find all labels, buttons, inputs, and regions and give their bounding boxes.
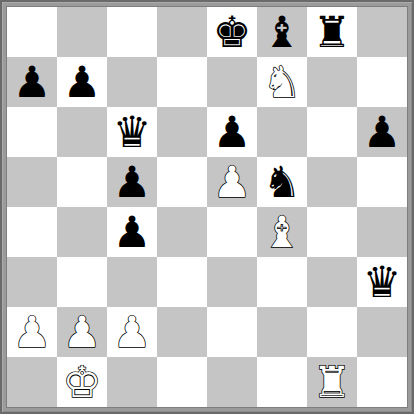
- square-g8[interactable]: ♜︎: [307, 7, 357, 57]
- square-d8[interactable]: [157, 7, 207, 57]
- square-g7[interactable]: [307, 57, 357, 107]
- piece-black-queen: ♛︎: [363, 257, 402, 307]
- square-h1[interactable]: [357, 357, 407, 407]
- piece-white-pawn: ♟︎: [13, 307, 52, 357]
- piece-black-pawn: ♟︎: [113, 207, 152, 257]
- piece-black-pawn: ♟︎: [363, 107, 402, 157]
- square-c6[interactable]: ♛︎: [107, 107, 157, 157]
- square-f4[interactable]: ♝︎: [257, 207, 307, 257]
- square-h7[interactable]: [357, 57, 407, 107]
- square-a4[interactable]: [7, 207, 57, 257]
- square-b6[interactable]: [57, 107, 107, 157]
- square-e2[interactable]: [207, 307, 257, 357]
- piece-black-knight: ♞︎: [263, 157, 302, 207]
- square-b1[interactable]: ♚︎: [57, 357, 107, 407]
- square-a7[interactable]: ♟︎: [7, 57, 57, 107]
- piece-white-king: ♚︎: [63, 357, 102, 407]
- piece-white-rook: ♜︎: [313, 357, 352, 407]
- square-h6[interactable]: ♟︎: [357, 107, 407, 157]
- square-d4[interactable]: [157, 207, 207, 257]
- piece-white-pawn: ♟︎: [113, 307, 152, 357]
- square-g3[interactable]: [307, 257, 357, 307]
- piece-black-rook: ♜︎: [313, 7, 352, 57]
- square-b5[interactable]: [57, 157, 107, 207]
- square-d7[interactable]: [157, 57, 207, 107]
- square-d2[interactable]: [157, 307, 207, 357]
- piece-white-pawn: ♟︎: [63, 307, 102, 357]
- square-a5[interactable]: [7, 157, 57, 207]
- square-c2[interactable]: ♟︎: [107, 307, 157, 357]
- square-f1[interactable]: [257, 357, 307, 407]
- square-e4[interactable]: [207, 207, 257, 257]
- square-b2[interactable]: ♟︎: [57, 307, 107, 357]
- board-frame: ♚︎♝︎♜︎♟︎♟︎♞︎♛︎♟︎♟︎♟︎♟︎♞︎♟︎♝︎♛︎♟︎♟︎♟︎♚︎♜︎: [0, 0, 414, 414]
- square-a3[interactable]: [7, 257, 57, 307]
- piece-white-knight: ♞︎: [263, 57, 302, 107]
- square-f7[interactable]: ♞︎: [257, 57, 307, 107]
- piece-black-pawn: ♟︎: [63, 57, 102, 107]
- square-d3[interactable]: [157, 257, 207, 307]
- square-e6[interactable]: ♟︎: [207, 107, 257, 157]
- piece-black-pawn: ♟︎: [113, 157, 152, 207]
- square-c4[interactable]: ♟︎: [107, 207, 157, 257]
- square-f6[interactable]: [257, 107, 307, 157]
- square-c3[interactable]: [107, 257, 157, 307]
- piece-white-bishop: ♝︎: [263, 207, 302, 257]
- square-d6[interactable]: [157, 107, 207, 157]
- square-g2[interactable]: [307, 307, 357, 357]
- square-d1[interactable]: [157, 357, 207, 407]
- square-b4[interactable]: [57, 207, 107, 257]
- square-b7[interactable]: ♟︎: [57, 57, 107, 107]
- square-f2[interactable]: [257, 307, 307, 357]
- square-f3[interactable]: [257, 257, 307, 307]
- square-c1[interactable]: [107, 357, 157, 407]
- square-e5[interactable]: ♟︎: [207, 157, 257, 207]
- square-g4[interactable]: [307, 207, 357, 257]
- square-a1[interactable]: [7, 357, 57, 407]
- square-c5[interactable]: ♟︎: [107, 157, 157, 207]
- square-h4[interactable]: [357, 207, 407, 257]
- piece-white-pawn: ♟︎: [213, 157, 252, 207]
- piece-black-bishop: ♝︎: [263, 7, 302, 57]
- square-a8[interactable]: [7, 7, 57, 57]
- piece-black-queen: ♛︎: [113, 107, 152, 157]
- square-e7[interactable]: [207, 57, 257, 107]
- square-g1[interactable]: ♜︎: [307, 357, 357, 407]
- square-g5[interactable]: [307, 157, 357, 207]
- square-a2[interactable]: ♟︎: [7, 307, 57, 357]
- square-a6[interactable]: [7, 107, 57, 157]
- piece-black-pawn: ♟︎: [13, 57, 52, 107]
- piece-black-king: ♚︎: [213, 7, 252, 57]
- square-h8[interactable]: [357, 7, 407, 57]
- square-b3[interactable]: [57, 257, 107, 307]
- square-e8[interactable]: ♚︎: [207, 7, 257, 57]
- piece-black-pawn: ♟︎: [213, 107, 252, 157]
- square-b8[interactable]: [57, 7, 107, 57]
- square-e1[interactable]: [207, 357, 257, 407]
- square-h2[interactable]: [357, 307, 407, 357]
- square-h3[interactable]: ♛︎: [357, 257, 407, 307]
- square-g6[interactable]: [307, 107, 357, 157]
- square-c7[interactable]: [107, 57, 157, 107]
- square-f8[interactable]: ♝︎: [257, 7, 307, 57]
- square-e3[interactable]: [207, 257, 257, 307]
- square-f5[interactable]: ♞︎: [257, 157, 307, 207]
- square-c8[interactable]: [107, 7, 157, 57]
- square-d5[interactable]: [157, 157, 207, 207]
- square-h5[interactable]: [357, 157, 407, 207]
- chess-board: ♚︎♝︎♜︎♟︎♟︎♞︎♛︎♟︎♟︎♟︎♟︎♞︎♟︎♝︎♛︎♟︎♟︎♟︎♚︎♜︎: [7, 7, 407, 407]
